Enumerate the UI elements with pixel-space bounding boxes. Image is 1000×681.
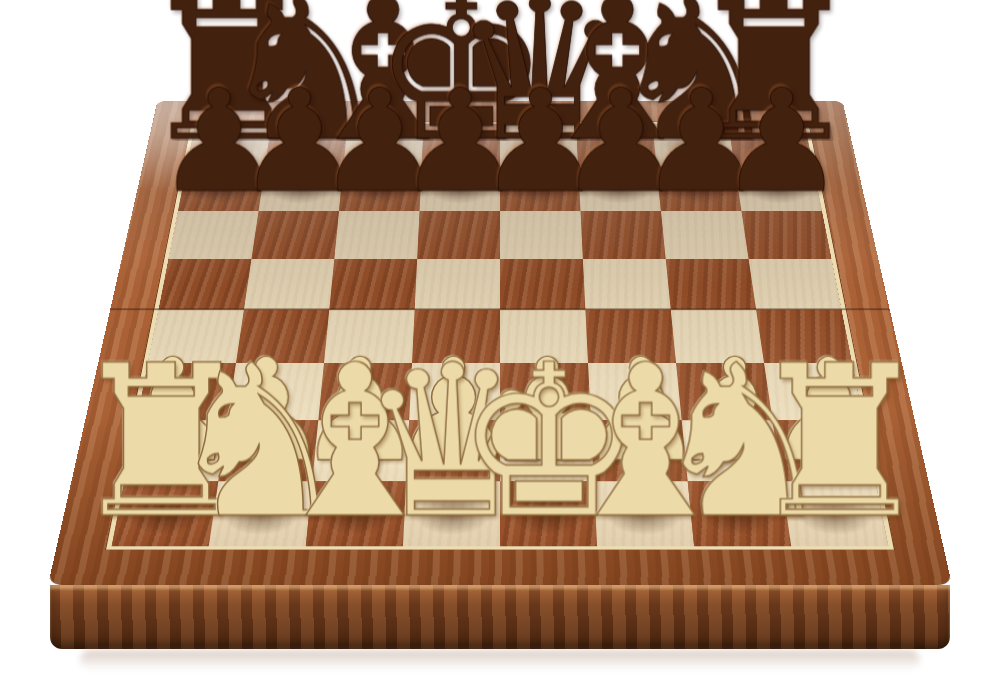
square-a6 bbox=[169, 211, 259, 259]
square-c5 bbox=[329, 259, 417, 310]
chess-board: ♜♞♝♚♛♝♞♜♟♟♟♟♟♟♟♟♟♟♟♟♟♟♟♟♜♞♝♛♚♝♞♜ bbox=[48, 101, 952, 585]
square-f5 bbox=[583, 259, 671, 310]
square-d5 bbox=[415, 259, 500, 310]
square-h1: ♜ bbox=[782, 481, 889, 546]
square-e6 bbox=[500, 211, 583, 259]
square-g5 bbox=[666, 259, 756, 310]
square-f6 bbox=[581, 211, 666, 259]
board-grid: ♜♞♝♚♛♝♞♜♟♟♟♟♟♟♟♟♟♟♟♟♟♟♟♟♜♞♝♛♚♝♞♜ bbox=[112, 124, 889, 546]
board-front-edge bbox=[50, 585, 950, 649]
board-inlay-pinstripe: ♜♞♝♚♛♝♞♜♟♟♟♟♟♟♟♟♟♟♟♟♟♟♟♟♜♞♝♛♚♝♞♜ bbox=[106, 122, 894, 550]
square-g6 bbox=[661, 211, 749, 259]
piece-white-rook: ♜ bbox=[745, 342, 934, 542]
square-h5 bbox=[749, 259, 842, 310]
square-b5 bbox=[244, 259, 334, 310]
square-d6 bbox=[417, 211, 500, 259]
square-a5 bbox=[159, 259, 252, 310]
square-h6 bbox=[742, 211, 832, 259]
chess-set-photo: ♜♞♝♚♛♝♞♜♟♟♟♟♟♟♟♟♟♟♟♟♟♟♟♟♜♞♝♛♚♝♞♜ bbox=[0, 0, 1000, 681]
board-wooden-frame: ♜♞♝♚♛♝♞♜♟♟♟♟♟♟♟♟♟♟♟♟♟♟♟♟♜♞♝♛♚♝♞♜ bbox=[48, 101, 952, 585]
fold-hinge-seam bbox=[110, 308, 890, 310]
piece-black-pawn: ♟ bbox=[718, 74, 845, 209]
square-b6 bbox=[251, 211, 339, 259]
square-h7: ♟ bbox=[735, 166, 822, 211]
square-c6 bbox=[334, 211, 419, 259]
table-reflection bbox=[80, 650, 920, 670]
square-e5 bbox=[500, 259, 585, 310]
